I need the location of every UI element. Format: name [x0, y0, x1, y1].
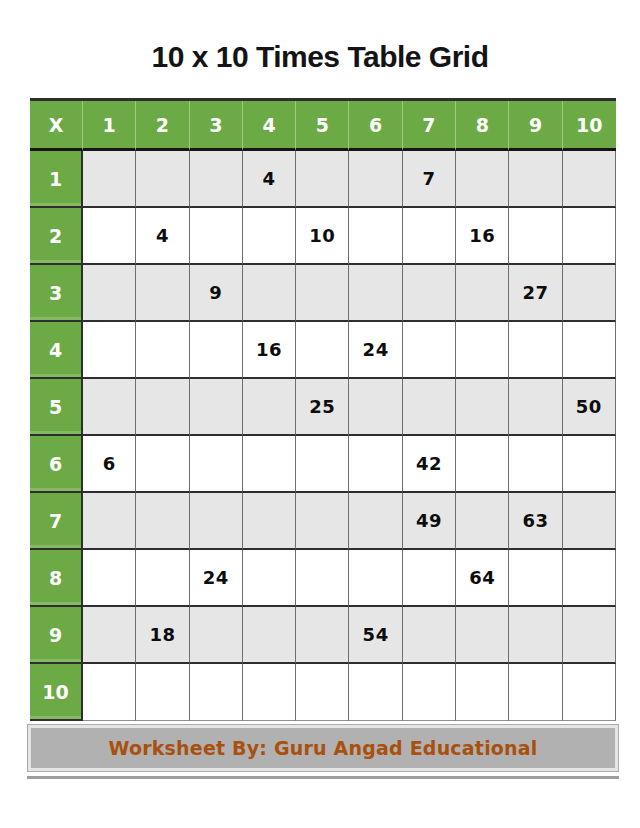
- grid-cell-r4-c10[interactable]: [563, 322, 616, 379]
- grid-cell-r7-c7[interactable]: 49: [403, 493, 456, 550]
- grid-cell-r5-c2[interactable]: [136, 379, 189, 436]
- grid-cell-r1-c9[interactable]: [509, 151, 562, 208]
- grid-cell-r7-c9[interactable]: 63: [509, 493, 562, 550]
- grid-cell-r2-c8[interactable]: 16: [456, 208, 509, 265]
- col-header-6: 6: [349, 101, 402, 151]
- grid-cell-r7-c4[interactable]: [243, 493, 296, 550]
- grid-cell-r4-c2[interactable]: [136, 322, 189, 379]
- row-header-1: 1: [30, 151, 83, 208]
- grid-cell-r8-c5[interactable]: [296, 550, 349, 607]
- col-header-7: 7: [403, 101, 456, 151]
- grid-cell-r4-c6[interactable]: 24: [349, 322, 402, 379]
- grid-cell-r9-c1[interactable]: [83, 607, 136, 664]
- col-header-3: 3: [190, 101, 243, 151]
- grid-cell-r7-c2[interactable]: [136, 493, 189, 550]
- grid-cell-r7-c6[interactable]: [349, 493, 402, 550]
- grid-cell-r6-c10[interactable]: [563, 436, 616, 493]
- col-header-10: 10: [563, 101, 616, 151]
- footer-credit-text: Worksheet By: Guru Angad Educational: [108, 737, 537, 759]
- grid-cell-r3-c10[interactable]: [563, 265, 616, 322]
- grid-cell-r9-c10[interactable]: [563, 607, 616, 664]
- grid-cell-r3-c7[interactable]: [403, 265, 456, 322]
- grid-cell-r3-c6[interactable]: [349, 265, 402, 322]
- grid-cell-r4-c1[interactable]: [83, 322, 136, 379]
- grid-cell-r8-c7[interactable]: [403, 550, 456, 607]
- grid-cell-r2-c7[interactable]: [403, 208, 456, 265]
- grid-cell-r10-c6[interactable]: [349, 664, 402, 721]
- grid-cell-r1-c1[interactable]: [83, 151, 136, 208]
- grid-cell-r7-c10[interactable]: [563, 493, 616, 550]
- grid-cell-r8-c4[interactable]: [243, 550, 296, 607]
- grid-cell-r2-c4[interactable]: [243, 208, 296, 265]
- col-header-4: 4: [243, 101, 296, 151]
- grid-cell-r3-c3[interactable]: 9: [190, 265, 243, 322]
- grid-cell-r1-c7[interactable]: 7: [403, 151, 456, 208]
- worksheet-page: 10 x 10 Times Table Grid X12345678910147…: [0, 40, 640, 828]
- grid-cell-r7-c3[interactable]: [190, 493, 243, 550]
- grid-cell-r1-c10[interactable]: [563, 151, 616, 208]
- grid-cell-r9-c9[interactable]: [509, 607, 562, 664]
- grid-cell-r5-c6[interactable]: [349, 379, 402, 436]
- page-title: 10 x 10 Times Table Grid: [0, 40, 640, 74]
- row-header-10: 10: [30, 664, 83, 721]
- grid-cell-r1-c2[interactable]: [136, 151, 189, 208]
- grid-cell-r1-c3[interactable]: [190, 151, 243, 208]
- grid-cell-r1-c6[interactable]: [349, 151, 402, 208]
- grid-cell-r6-c4[interactable]: [243, 436, 296, 493]
- col-header-2: 2: [136, 101, 189, 151]
- times-table-grid: X123456789101472410163927416245255066427…: [30, 98, 616, 721]
- grid-cell-r4-c5[interactable]: [296, 322, 349, 379]
- grid-cell-r2-c5[interactable]: 10: [296, 208, 349, 265]
- grid-cell-r9-c6[interactable]: 54: [349, 607, 402, 664]
- grid-cell-r6-c3[interactable]: [190, 436, 243, 493]
- grid-cell-r5-c1[interactable]: [83, 379, 136, 436]
- row-header-4: 4: [30, 322, 83, 379]
- grid-cell-r6-c8[interactable]: [456, 436, 509, 493]
- grid-cell-r6-c7[interactable]: 42: [403, 436, 456, 493]
- footer-shadow-line: [27, 776, 619, 779]
- grid-cell-r10-c3[interactable]: [190, 664, 243, 721]
- grid-cell-r1-c4[interactable]: 4: [243, 151, 296, 208]
- grid-cell-r8-c8[interactable]: 64: [456, 550, 509, 607]
- grid-cell-r7-c5[interactable]: [296, 493, 349, 550]
- grid-cell-r5-c8[interactable]: [456, 379, 509, 436]
- grid-cell-r9-c7[interactable]: [403, 607, 456, 664]
- row-header-8: 8: [30, 550, 83, 607]
- grid-cell-r6-c9[interactable]: [509, 436, 562, 493]
- grid-cell-r8-c1[interactable]: [83, 550, 136, 607]
- grid-cell-r10-c10[interactable]: [563, 664, 616, 721]
- grid-cell-r2-c1[interactable]: [83, 208, 136, 265]
- grid-cell-r6-c5[interactable]: [296, 436, 349, 493]
- grid-cell-r3-c1[interactable]: [83, 265, 136, 322]
- grid-cell-r6-c1[interactable]: 6: [83, 436, 136, 493]
- grid-cell-r8-c3[interactable]: 24: [190, 550, 243, 607]
- grid-cell-r10-c9[interactable]: [509, 664, 562, 721]
- grid-cell-r5-c5[interactable]: 25: [296, 379, 349, 436]
- footer-credit-bar: Worksheet By: Guru Angad Educational: [28, 725, 618, 771]
- grid-cell-r6-c6[interactable]: [349, 436, 402, 493]
- grid-cell-r8-c9[interactable]: [509, 550, 562, 607]
- grid-cell-r5-c4[interactable]: [243, 379, 296, 436]
- grid-cell-r3-c4[interactable]: [243, 265, 296, 322]
- grid-cell-r6-c2[interactable]: [136, 436, 189, 493]
- row-header-2: 2: [30, 208, 83, 265]
- grid-cell-r2-c2[interactable]: 4: [136, 208, 189, 265]
- grid-cell-r8-c6[interactable]: [349, 550, 402, 607]
- row-header-9: 9: [30, 607, 83, 664]
- grid-cell-r4-c9[interactable]: [509, 322, 562, 379]
- grid-cell-r2-c3[interactable]: [190, 208, 243, 265]
- grid-cell-r1-c5[interactable]: [296, 151, 349, 208]
- grid-cell-r8-c10[interactable]: [563, 550, 616, 607]
- grid-cell-r4-c7[interactable]: [403, 322, 456, 379]
- grid-cell-r10-c4[interactable]: [243, 664, 296, 721]
- grid-cell-r4-c3[interactable]: [190, 322, 243, 379]
- row-header-7: 7: [30, 493, 83, 550]
- grid-cell-r7-c8[interactable]: [456, 493, 509, 550]
- grid-cell-r9-c3[interactable]: [190, 607, 243, 664]
- grid-cell-r3-c5[interactable]: [296, 265, 349, 322]
- grid-cell-r8-c2[interactable]: [136, 550, 189, 607]
- grid-cell-r2-c6[interactable]: [349, 208, 402, 265]
- grid-cell-r5-c9[interactable]: [509, 379, 562, 436]
- grid-cell-r5-c3[interactable]: [190, 379, 243, 436]
- grid-cell-r1-c8[interactable]: [456, 151, 509, 208]
- grid-cell-r9-c2[interactable]: 18: [136, 607, 189, 664]
- grid-cell-r9-c8[interactable]: [456, 607, 509, 664]
- grid-corner-label: X: [30, 101, 83, 151]
- grid-cell-r9-c4[interactable]: [243, 607, 296, 664]
- grid-cell-r10-c2[interactable]: [136, 664, 189, 721]
- grid-cell-r9-c5[interactable]: [296, 607, 349, 664]
- grid-cell-r2-c9[interactable]: [509, 208, 562, 265]
- grid-cell-r3-c9[interactable]: 27: [509, 265, 562, 322]
- grid-cell-r10-c7[interactable]: [403, 664, 456, 721]
- grid-cell-r5-c7[interactable]: [403, 379, 456, 436]
- grid-cell-r2-c10[interactable]: [563, 208, 616, 265]
- col-header-8: 8: [456, 101, 509, 151]
- grid-cell-r4-c8[interactable]: [456, 322, 509, 379]
- grid-cell-r4-c4[interactable]: 16: [243, 322, 296, 379]
- col-header-1: 1: [83, 101, 136, 151]
- grid-cell-r3-c2[interactable]: [136, 265, 189, 322]
- row-header-6: 6: [30, 436, 83, 493]
- row-header-3: 3: [30, 265, 83, 322]
- col-header-5: 5: [296, 101, 349, 151]
- grid-cell-r3-c8[interactable]: [456, 265, 509, 322]
- grid-cell-r10-c5[interactable]: [296, 664, 349, 721]
- grid-cell-r5-c10[interactable]: 50: [563, 379, 616, 436]
- grid-cell-r10-c1[interactable]: [83, 664, 136, 721]
- row-header-5: 5: [30, 379, 83, 436]
- col-header-9: 9: [509, 101, 562, 151]
- grid-cell-r7-c1[interactable]: [83, 493, 136, 550]
- grid-cell-r10-c8[interactable]: [456, 664, 509, 721]
